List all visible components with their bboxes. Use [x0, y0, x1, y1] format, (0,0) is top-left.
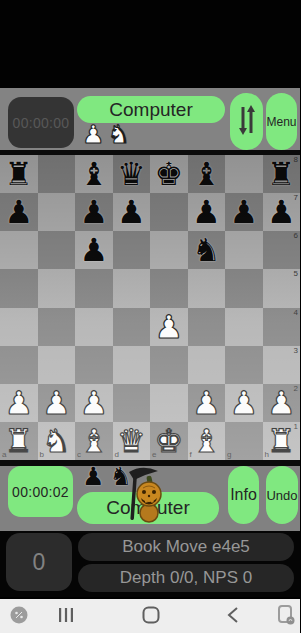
square-g4[interactable]	[225, 308, 263, 346]
rank-label-8: 8	[294, 156, 298, 164]
bottom-player-name-button[interactable]: Computer	[77, 492, 219, 524]
square-a3[interactable]	[0, 346, 38, 384]
black-rook-piece: ♜	[0, 155, 38, 193]
black-pawn-piece: ♟	[113, 193, 151, 231]
square-g6[interactable]	[225, 231, 263, 269]
square-e8[interactable]: ♚	[150, 155, 188, 193]
white-bishop-piece: ♝	[188, 422, 226, 460]
square-e7[interactable]	[150, 193, 188, 231]
square-c1[interactable]: ♝c	[75, 422, 113, 460]
captured-white-pawn-icon: ♟	[82, 121, 104, 149]
file-label-g: g	[227, 451, 231, 459]
top-player-clock: 00:00:00	[8, 97, 74, 148]
square-f3[interactable]	[188, 346, 226, 384]
square-c6[interactable]: ♟	[75, 231, 113, 269]
square-d4[interactable]	[113, 308, 151, 346]
file-label-b: b	[40, 451, 44, 459]
square-e3[interactable]	[150, 346, 188, 384]
black-pawn-piece: ♟	[0, 193, 38, 231]
square-b7[interactable]	[38, 193, 76, 231]
bottom-player-clock: 00:00:02	[8, 466, 73, 517]
square-c8[interactable]: ♝	[75, 155, 113, 193]
square-h8[interactable]: ♜8	[263, 155, 301, 193]
engine-depth-status: Depth 0/0, NPS 0	[78, 564, 294, 592]
square-f5[interactable]	[188, 269, 226, 307]
call-overlay-icon[interactable]	[276, 604, 296, 626]
square-b2[interactable]: ♟	[38, 384, 76, 422]
square-c5[interactable]	[75, 269, 113, 307]
square-h7[interactable]: ♟7	[263, 193, 301, 231]
square-h3[interactable]: 3	[263, 346, 301, 384]
black-pawn-piece: ♟	[75, 193, 113, 231]
square-h1[interactable]: ♜1h	[263, 422, 301, 460]
square-a1[interactable]: ♜a	[0, 422, 38, 460]
captured-black-pawn-icon: ♟	[82, 463, 104, 491]
square-e4[interactable]: ♟	[150, 308, 188, 346]
recents-icon[interactable]	[58, 606, 74, 624]
square-d7[interactable]: ♟	[113, 193, 151, 231]
rank-label-3: 3	[294, 347, 298, 355]
square-h5[interactable]: 5	[263, 269, 301, 307]
square-d3[interactable]	[113, 346, 151, 384]
square-b6[interactable]	[38, 231, 76, 269]
square-f2[interactable]: ♟	[188, 384, 226, 422]
square-e5[interactable]	[150, 269, 188, 307]
square-f4[interactable]	[188, 308, 226, 346]
menu-button[interactable]: Menu	[266, 93, 297, 150]
square-g7[interactable]: ♟	[225, 193, 263, 231]
square-c7[interactable]: ♟	[75, 193, 113, 231]
file-label-f: f	[190, 451, 192, 459]
white-pawn-piece: ♟	[150, 308, 188, 346]
book-move-status: Book Move e4e5	[78, 533, 294, 561]
square-f7[interactable]: ♟	[188, 193, 226, 231]
captured-black-knight-icon: ♞	[109, 463, 131, 491]
white-pawn-piece: ♟	[188, 384, 226, 422]
square-a6[interactable]	[0, 231, 38, 269]
square-h2[interactable]: ♟2	[263, 384, 301, 422]
rank-label-2: 2	[294, 385, 298, 393]
square-f6[interactable]: ♞	[188, 231, 226, 269]
file-label-d: d	[115, 451, 119, 459]
square-g2[interactable]: ♟	[225, 384, 263, 422]
file-label-c: c	[77, 451, 81, 459]
white-pawn-piece: ♟	[75, 384, 113, 422]
square-c4[interactable]	[75, 308, 113, 346]
black-bishop-piece: ♝	[75, 155, 113, 193]
black-knight-piece: ♞	[188, 231, 226, 269]
black-pawn-piece: ♟	[75, 231, 113, 269]
square-a7[interactable]: ♟	[0, 193, 38, 231]
rank-label-4: 4	[294, 309, 298, 317]
square-b8[interactable]	[38, 155, 76, 193]
undo-button[interactable]: Undo	[266, 466, 298, 524]
file-label-a: a	[2, 451, 6, 459]
square-d6[interactable]	[113, 231, 151, 269]
square-h4[interactable]: 4	[263, 308, 301, 346]
square-h6[interactable]: 6	[263, 231, 301, 269]
square-e6[interactable]	[150, 231, 188, 269]
top-captured-tray: ♟♞	[82, 119, 222, 149]
square-g5[interactable]	[225, 269, 263, 307]
square-b4[interactable]	[38, 308, 76, 346]
square-a4[interactable]	[0, 308, 38, 346]
square-d1[interactable]: ♛d	[113, 422, 151, 460]
rank-label-7: 7	[294, 194, 298, 202]
black-bishop-piece: ♝	[188, 155, 226, 193]
square-g1[interactable]: g	[225, 422, 263, 460]
square-b3[interactable]	[38, 346, 76, 384]
black-king-piece: ♚	[150, 155, 188, 193]
square-a8[interactable]: ♜	[0, 155, 38, 193]
black-pawn-piece: ♟	[188, 193, 226, 231]
square-c2[interactable]: ♟	[75, 384, 113, 422]
assistant-bubble-icon[interactable]	[9, 605, 29, 625]
captured-white-knight-icon: ♞	[107, 121, 129, 149]
file-label-e: e	[152, 451, 156, 459]
move-counter: 0	[6, 533, 72, 591]
square-a5[interactable]	[0, 269, 38, 307]
status-bar-area	[0, 0, 300, 88]
square-f8[interactable]: ♝	[188, 155, 226, 193]
square-d8[interactable]: ♛	[113, 155, 151, 193]
square-a2[interactable]: ♟	[0, 384, 38, 422]
square-d2[interactable]	[113, 384, 151, 422]
black-queen-piece: ♛	[113, 155, 151, 193]
white-pawn-piece: ♟	[225, 384, 263, 422]
square-g3[interactable]	[225, 346, 263, 384]
square-e1[interactable]: ♚e	[150, 422, 188, 460]
chess-board: ♜♝♛♚♝♜8♟♟♟♟♟♟7♟♞65♟43♟♟♟♟♟♟2♜a♞b♝c♛d♚e♝f…	[0, 155, 300, 460]
square-b1[interactable]: ♞b	[38, 422, 76, 460]
swap-players-button[interactable]	[230, 93, 263, 150]
rank-label-6: 6	[294, 232, 298, 240]
square-c3[interactable]	[75, 346, 113, 384]
back-icon[interactable]	[226, 606, 240, 624]
home-icon[interactable]	[141, 606, 161, 624]
swap-players-icon	[237, 102, 257, 142]
square-b5[interactable]	[38, 269, 76, 307]
white-pawn-piece: ♟	[38, 384, 76, 422]
info-button[interactable]: Info	[228, 466, 259, 524]
square-e2[interactable]	[150, 384, 188, 422]
bottom-captured-tray: ♟♞	[82, 461, 222, 491]
square-f1[interactable]: ♝f	[188, 422, 226, 460]
white-pawn-piece: ♟	[0, 384, 38, 422]
file-label-h: h	[265, 451, 269, 459]
rank-label-5: 5	[294, 270, 298, 278]
square-d5[interactable]	[113, 269, 151, 307]
rank-label-1: 1	[294, 423, 298, 431]
square-g8[interactable]	[225, 155, 263, 193]
black-pawn-piece: ♟	[225, 193, 263, 231]
